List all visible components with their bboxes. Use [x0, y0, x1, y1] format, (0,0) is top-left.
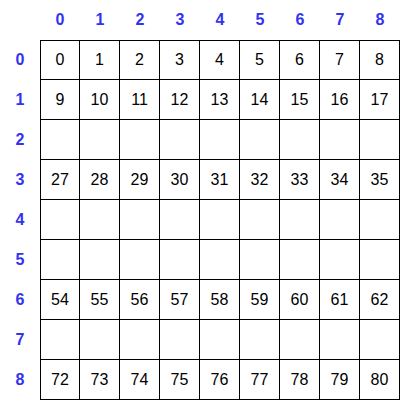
col-header-3: 3: [160, 0, 200, 40]
cell-2-1: [80, 120, 120, 160]
cell-1-3: 12: [160, 80, 200, 120]
cell-0-4: 4: [200, 40, 240, 80]
row-header-2: 2: [0, 120, 40, 160]
col-header-0: 0: [40, 0, 80, 40]
cell-8-1: 73: [80, 360, 120, 400]
cell-4-0: [40, 200, 80, 240]
cell-0-6: 6: [280, 40, 320, 80]
cell-8-5: 77: [240, 360, 280, 400]
cell-1-4: 13: [200, 80, 240, 120]
cell-6-8: 62: [360, 280, 400, 320]
cell-7-2: [120, 320, 160, 360]
cell-0-3: 3: [160, 40, 200, 80]
cell-6-1: 55: [80, 280, 120, 320]
col-header-6: 6: [280, 0, 320, 40]
col-header-1: 1: [80, 0, 120, 40]
cell-5-0: [40, 240, 80, 280]
cell-3-0: 27: [40, 160, 80, 200]
cell-4-4: [200, 200, 240, 240]
cell-3-7: 34: [320, 160, 360, 200]
col-header-7: 7: [320, 0, 360, 40]
cell-1-6: 15: [280, 80, 320, 120]
cell-1-5: 14: [240, 80, 280, 120]
cell-7-7: [320, 320, 360, 360]
cell-0-5: 5: [240, 40, 280, 80]
cell-6-0: 54: [40, 280, 80, 320]
cell-4-7: [320, 200, 360, 240]
cell-0-7: 7: [320, 40, 360, 80]
row-header-4: 4: [0, 200, 40, 240]
row-header-3: 3: [0, 160, 40, 200]
cell-6-5: 59: [240, 280, 280, 320]
cell-2-8: [360, 120, 400, 160]
cell-2-5: [240, 120, 280, 160]
cell-2-7: [320, 120, 360, 160]
cell-0-8: 8: [360, 40, 400, 80]
row-header-0: 0: [0, 40, 40, 80]
cell-3-6: 33: [280, 160, 320, 200]
cell-3-4: 31: [200, 160, 240, 200]
cell-3-5: 32: [240, 160, 280, 200]
cell-1-7: 16: [320, 80, 360, 120]
cell-6-3: 57: [160, 280, 200, 320]
row-header-1: 1: [0, 80, 40, 120]
cell-0-1: 1: [80, 40, 120, 80]
cell-2-6: [280, 120, 320, 160]
cell-2-4: [200, 120, 240, 160]
cell-1-2: 11: [120, 80, 160, 120]
cell-5-6: [280, 240, 320, 280]
col-header-8: 8: [360, 0, 400, 40]
cell-4-2: [120, 200, 160, 240]
corner-spacer: [0, 0, 40, 40]
index-grid-board: 0123456780012345678191011121314151617232…: [0, 0, 400, 400]
cell-4-8: [360, 200, 400, 240]
cell-8-4: 76: [200, 360, 240, 400]
cell-8-8: 80: [360, 360, 400, 400]
cell-7-5: [240, 320, 280, 360]
col-header-4: 4: [200, 0, 240, 40]
cell-5-5: [240, 240, 280, 280]
row-header-5: 5: [0, 240, 40, 280]
cell-6-4: 58: [200, 280, 240, 320]
cell-8-7: 79: [320, 360, 360, 400]
col-header-2: 2: [120, 0, 160, 40]
cell-3-3: 30: [160, 160, 200, 200]
cell-3-8: 35: [360, 160, 400, 200]
cell-7-3: [160, 320, 200, 360]
cell-2-2: [120, 120, 160, 160]
cell-7-4: [200, 320, 240, 360]
cell-8-2: 74: [120, 360, 160, 400]
cell-6-7: 61: [320, 280, 360, 320]
cell-7-6: [280, 320, 320, 360]
cell-0-0: 0: [40, 40, 80, 80]
col-header-5: 5: [240, 0, 280, 40]
cell-4-3: [160, 200, 200, 240]
cell-5-7: [320, 240, 360, 280]
cell-8-3: 75: [160, 360, 200, 400]
cell-5-3: [160, 240, 200, 280]
row-header-6: 6: [0, 280, 40, 320]
cell-2-3: [160, 120, 200, 160]
cell-8-6: 78: [280, 360, 320, 400]
cell-7-0: [40, 320, 80, 360]
cell-4-5: [240, 200, 280, 240]
cell-5-8: [360, 240, 400, 280]
cell-1-1: 10: [80, 80, 120, 120]
cell-6-2: 56: [120, 280, 160, 320]
row-header-7: 7: [0, 320, 40, 360]
row-header-8: 8: [0, 360, 40, 400]
cell-5-2: [120, 240, 160, 280]
cell-7-1: [80, 320, 120, 360]
cell-3-1: 28: [80, 160, 120, 200]
cell-5-4: [200, 240, 240, 280]
cell-0-2: 2: [120, 40, 160, 80]
cell-4-1: [80, 200, 120, 240]
cell-7-8: [360, 320, 400, 360]
cell-3-2: 29: [120, 160, 160, 200]
cell-8-0: 72: [40, 360, 80, 400]
cell-2-0: [40, 120, 80, 160]
cell-1-0: 9: [40, 80, 80, 120]
cell-5-1: [80, 240, 120, 280]
cell-4-6: [280, 200, 320, 240]
cell-1-8: 17: [360, 80, 400, 120]
cell-6-6: 60: [280, 280, 320, 320]
